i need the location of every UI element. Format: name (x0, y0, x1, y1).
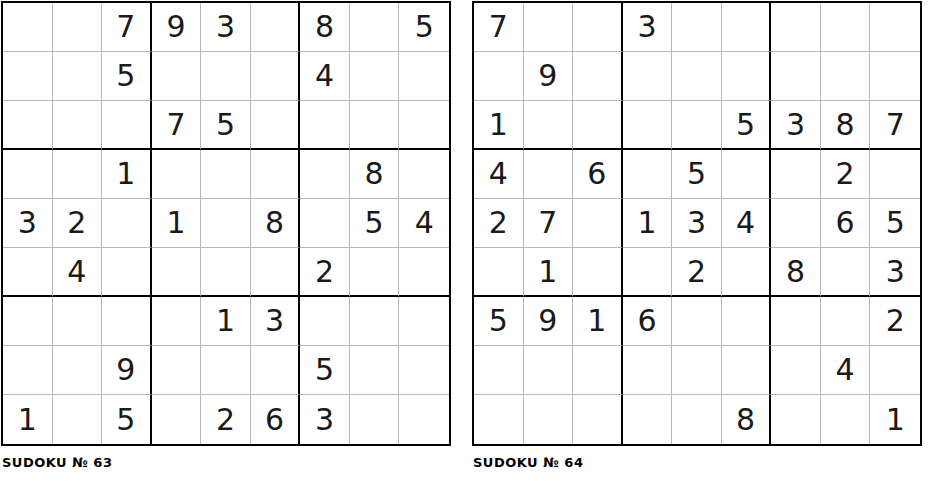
cell-r2c4 (623, 52, 673, 101)
cell-r7c6 (722, 297, 772, 346)
cell-r6c4 (623, 248, 673, 297)
cell-r4c3: 6 (573, 150, 623, 199)
cell-r1c4: 9 (152, 3, 202, 52)
cell-r3c5 (672, 101, 722, 150)
cell-r1c5 (672, 3, 722, 52)
cell-r8c3: 9 (102, 346, 152, 395)
cell-r9c4 (623, 395, 673, 444)
cell-r9c6: 8 (722, 395, 772, 444)
cell-r3c4 (623, 101, 673, 150)
cell-r8c5 (201, 346, 251, 395)
cell-r3c3 (102, 101, 152, 150)
cell-r5c8: 5 (350, 199, 400, 248)
cell-r4c4 (152, 150, 202, 199)
cell-r1c3: 7 (102, 3, 152, 52)
cell-r8c9 (399, 346, 449, 395)
cell-r5c6: 4 (722, 199, 772, 248)
cell-r3c1 (3, 101, 53, 150)
cell-r3c2 (53, 101, 103, 150)
cell-r7c1 (3, 297, 53, 346)
cell-r5c3 (573, 199, 623, 248)
cell-r5c1: 2 (474, 199, 524, 248)
cell-r6c5 (201, 248, 251, 297)
cell-r9c8 (821, 395, 871, 444)
cell-r6c7: 2 (300, 248, 350, 297)
cell-r1c5: 3 (201, 3, 251, 52)
cell-r6c7: 8 (771, 248, 821, 297)
cell-r3c7: 3 (771, 101, 821, 150)
cell-r3c2 (524, 101, 574, 150)
cell-r2c9 (870, 52, 920, 101)
puzzle-63-label: SUDOKU № 63 (1, 455, 451, 470)
cell-r7c3 (102, 297, 152, 346)
cell-r8c9 (870, 346, 920, 395)
cell-r5c3 (102, 199, 152, 248)
cell-r9c1: 1 (3, 395, 53, 444)
cell-r8c3 (573, 346, 623, 395)
cell-r6c8 (821, 248, 871, 297)
cell-r1c4: 3 (623, 3, 673, 52)
cell-r6c9 (399, 248, 449, 297)
cell-r2c2 (53, 52, 103, 101)
cell-r2c5 (201, 52, 251, 101)
cell-r9c5 (672, 395, 722, 444)
cell-r1c3 (573, 3, 623, 52)
cell-r3c6: 5 (722, 101, 772, 150)
cell-r4c5 (201, 150, 251, 199)
puzzle-64: 7391538746522713465128359162481 SUDOKU №… (472, 1, 922, 470)
cell-r9c7 (771, 395, 821, 444)
cell-r2c3: 5 (102, 52, 152, 101)
cell-r1c9: 5 (399, 3, 449, 52)
cell-r7c5 (672, 297, 722, 346)
cell-r3c9 (399, 101, 449, 150)
cell-r6c2: 4 (53, 248, 103, 297)
cell-r2c6 (251, 52, 301, 101)
cell-r5c5: 3 (672, 199, 722, 248)
cell-r4c1: 4 (474, 150, 524, 199)
cell-r5c6: 8 (251, 199, 301, 248)
cell-r1c7 (771, 3, 821, 52)
cell-r6c1 (474, 248, 524, 297)
cell-r5c9: 4 (399, 199, 449, 248)
cell-r9c2 (524, 395, 574, 444)
cell-r2c3 (573, 52, 623, 101)
cell-r8c4 (152, 346, 202, 395)
cell-r5c4: 1 (152, 199, 202, 248)
cell-r2c4 (152, 52, 202, 101)
cell-r3c8 (350, 101, 400, 150)
cell-r7c8 (821, 297, 871, 346)
cell-r4c7 (300, 150, 350, 199)
cell-r4c9 (870, 150, 920, 199)
cell-r5c4: 1 (623, 199, 673, 248)
cell-r3c8: 8 (821, 101, 871, 150)
cell-r5c9: 5 (870, 199, 920, 248)
cell-r4c9 (399, 150, 449, 199)
cell-r8c6 (722, 346, 772, 395)
cell-r8c5 (672, 346, 722, 395)
cell-r7c7 (300, 297, 350, 346)
cell-r7c9 (399, 297, 449, 346)
cell-r6c9: 3 (870, 248, 920, 297)
cell-r6c3 (573, 248, 623, 297)
cell-r3c6 (251, 101, 301, 150)
cell-r7c1: 5 (474, 297, 524, 346)
cell-r9c2 (53, 395, 103, 444)
cell-r8c1 (3, 346, 53, 395)
cell-r7c2: 9 (524, 297, 574, 346)
cell-r7c7 (771, 297, 821, 346)
cell-r4c7 (771, 150, 821, 199)
cell-r2c6 (722, 52, 772, 101)
cell-r1c1 (3, 3, 53, 52)
cell-r1c9 (870, 3, 920, 52)
cell-r1c7: 8 (300, 3, 350, 52)
cell-r2c5 (672, 52, 722, 101)
cell-r9c8 (350, 395, 400, 444)
cell-r6c2: 1 (524, 248, 574, 297)
cell-r6c3 (102, 248, 152, 297)
cell-r1c2 (53, 3, 103, 52)
cell-r1c6 (251, 3, 301, 52)
cell-r8c1 (474, 346, 524, 395)
cell-r9c3: 5 (102, 395, 152, 444)
cell-r8c8 (350, 346, 400, 395)
cell-r7c3: 1 (573, 297, 623, 346)
cell-r6c1 (3, 248, 53, 297)
cell-r9c1 (474, 395, 524, 444)
cell-r4c1 (3, 150, 53, 199)
cell-r6c6 (722, 248, 772, 297)
cell-r4c6 (722, 150, 772, 199)
cell-r9c9: 1 (870, 395, 920, 444)
cell-r1c8 (821, 3, 871, 52)
cell-r3c5: 5 (201, 101, 251, 150)
cell-r3c7 (300, 101, 350, 150)
cell-r8c6 (251, 346, 301, 395)
cell-r7c4: 6 (623, 297, 673, 346)
cell-r5c2: 2 (53, 199, 103, 248)
cell-r7c8 (350, 297, 400, 346)
cell-r8c7 (771, 346, 821, 395)
cell-r4c3: 1 (102, 150, 152, 199)
cell-r4c4 (623, 150, 673, 199)
cell-r8c7: 5 (300, 346, 350, 395)
cell-r9c3 (573, 395, 623, 444)
cell-r4c2 (524, 150, 574, 199)
cell-r6c4 (152, 248, 202, 297)
cell-r9c9 (399, 395, 449, 444)
cell-r2c9 (399, 52, 449, 101)
cell-r2c2: 9 (524, 52, 574, 101)
cell-r2c7: 4 (300, 52, 350, 101)
cell-r4c5: 5 (672, 150, 722, 199)
puzzle-64-label: SUDOKU № 64 (472, 455, 922, 470)
sudoku-board-63: 7938554751832185442139515263 (1, 1, 451, 446)
cell-r8c2 (524, 346, 574, 395)
cell-r6c8 (350, 248, 400, 297)
cell-r9c5: 2 (201, 395, 251, 444)
cell-r4c6 (251, 150, 301, 199)
cell-r2c8 (350, 52, 400, 101)
puzzle-63: 7938554751832185442139515263 SUDOKU № 63 (1, 1, 451, 470)
cell-r5c1: 3 (3, 199, 53, 248)
cell-r3c3 (573, 101, 623, 150)
cell-r5c2: 7 (524, 199, 574, 248)
cell-r5c8: 6 (821, 199, 871, 248)
cell-r6c6 (251, 248, 301, 297)
cell-r7c9: 2 (870, 297, 920, 346)
cell-r9c6: 6 (251, 395, 301, 444)
cell-r2c8 (821, 52, 871, 101)
cell-r4c8: 8 (350, 150, 400, 199)
cell-r4c8: 2 (821, 150, 871, 199)
cell-r8c2 (53, 346, 103, 395)
cell-r2c7 (771, 52, 821, 101)
cell-r1c8 (350, 3, 400, 52)
cell-r4c2 (53, 150, 103, 199)
cell-r2c1 (3, 52, 53, 101)
cell-r2c1 (474, 52, 524, 101)
cell-r8c8: 4 (821, 346, 871, 395)
cell-r5c7 (771, 199, 821, 248)
cell-r9c7: 3 (300, 395, 350, 444)
cell-r3c9: 7 (870, 101, 920, 150)
cell-r8c4 (623, 346, 673, 395)
cell-r1c1: 7 (474, 3, 524, 52)
cell-r1c2 (524, 3, 574, 52)
sudoku-sheet: 7938554751832185442139515263 SUDOKU № 63… (0, 0, 928, 481)
cell-r1c6 (722, 3, 772, 52)
cell-r7c2 (53, 297, 103, 346)
cell-r6c5: 2 (672, 248, 722, 297)
sudoku-board-64: 7391538746522713465128359162481 (472, 1, 922, 446)
cell-r5c7 (300, 199, 350, 248)
cell-r3c4: 7 (152, 101, 202, 150)
cell-r5c5 (201, 199, 251, 248)
cell-r3c1: 1 (474, 101, 524, 150)
cell-r7c4 (152, 297, 202, 346)
cell-r7c5: 1 (201, 297, 251, 346)
cell-r9c4 (152, 395, 202, 444)
cell-r7c6: 3 (251, 297, 301, 346)
